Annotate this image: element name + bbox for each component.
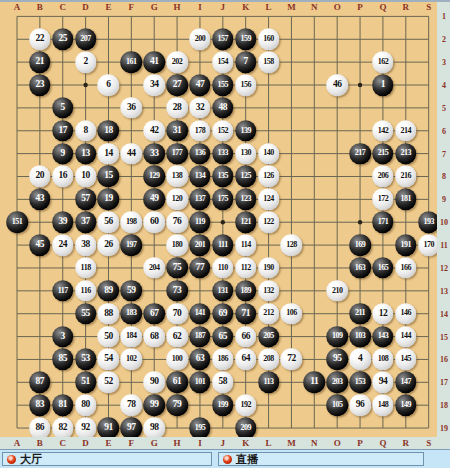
column-labels-bottom: ABCDEFGHIJKLMNOPQRS: [0, 437, 437, 449]
black-stone-81: 81: [52, 394, 74, 416]
tab-live-label: 直播: [236, 454, 258, 465]
row-label: 4: [442, 81, 446, 90]
black-stone-133: 133: [212, 143, 234, 165]
black-stone-121: 121: [235, 211, 257, 233]
column-label: P: [357, 438, 363, 448]
column-label: G: [151, 438, 158, 448]
black-stone-161: 161: [121, 51, 143, 73]
white-stone-178: 178: [189, 120, 211, 142]
row-label: 10: [440, 218, 448, 227]
black-stone-213: 213: [395, 143, 417, 165]
white-stone-132: 132: [258, 280, 280, 302]
black-stone-217: 217: [349, 143, 371, 165]
black-stone-131: 131: [212, 280, 234, 302]
white-stone-208: 208: [258, 349, 280, 371]
white-stone-20: 20: [29, 166, 51, 188]
white-stone-124: 124: [258, 189, 280, 211]
white-stone-76: 76: [166, 211, 188, 233]
black-stone-7: 7: [235, 51, 257, 73]
column-label: I: [198, 438, 202, 448]
black-stone-197: 197: [121, 234, 143, 256]
white-stone-78: 78: [121, 394, 143, 416]
row-label: 18: [440, 401, 448, 410]
column-label: G: [151, 2, 158, 12]
black-stone-79: 79: [166, 394, 188, 416]
column-label: K: [242, 2, 249, 12]
black-stone-89: 89: [98, 280, 120, 302]
black-stone-55: 55: [75, 303, 97, 325]
black-stone-129: 129: [143, 166, 165, 188]
column-label: O: [334, 2, 341, 12]
white-stone-156: 156: [235, 74, 257, 96]
black-stone-201: 201: [189, 234, 211, 256]
black-stone-136: 136: [189, 143, 211, 165]
black-stone-211: 211: [349, 303, 371, 325]
black-stone-151: 151: [6, 211, 28, 233]
black-stone-165: 165: [372, 257, 394, 279]
white-stone-158: 158: [258, 51, 280, 73]
row-label: 1: [442, 12, 446, 21]
column-label: D: [82, 438, 89, 448]
black-stone-41: 41: [143, 51, 165, 73]
black-stone-57: 57: [75, 189, 97, 211]
white-stone-206: 206: [372, 166, 394, 188]
black-stone-1: 1: [372, 74, 394, 96]
black-stone-189: 189: [235, 280, 257, 302]
column-label: P: [357, 2, 363, 12]
white-stone-110: 110: [212, 257, 234, 279]
black-stone-37: 37: [75, 211, 97, 233]
black-stone-205: 205: [258, 326, 280, 348]
black-stone-61: 61: [166, 372, 188, 394]
white-stone-38: 38: [75, 234, 97, 256]
black-stone-117: 117: [52, 280, 74, 302]
white-stone-6: 6: [98, 74, 120, 96]
column-label: S: [426, 438, 431, 448]
white-stone-204: 204: [143, 257, 165, 279]
column-label: O: [334, 438, 341, 448]
column-label: F: [129, 438, 135, 448]
black-stone-69: 69: [212, 303, 234, 325]
white-stone-216: 216: [395, 166, 417, 188]
white-stone-142: 142: [372, 120, 394, 142]
black-stone-43: 43: [29, 189, 51, 211]
black-stone-95: 95: [326, 349, 348, 371]
row-label: 9: [442, 195, 446, 204]
white-stone-2: 2: [75, 51, 97, 73]
white-stone-186: 186: [212, 349, 234, 371]
white-stone-64: 64: [235, 349, 257, 371]
white-stone-152: 152: [212, 120, 234, 142]
column-label: L: [266, 438, 272, 448]
white-stone-190: 190: [258, 257, 280, 279]
black-stone-15: 15: [98, 166, 120, 188]
column-label: C: [59, 2, 66, 12]
white-stone-46: 46: [326, 74, 348, 96]
black-stone-3: 3: [52, 326, 74, 348]
black-stone-141: 141: [189, 303, 211, 325]
white-stone-162: 162: [372, 51, 394, 73]
row-label: 13: [440, 286, 448, 295]
black-stone-33: 33: [143, 143, 165, 165]
white-stone-56: 56: [98, 211, 120, 233]
black-stone-111: 111: [212, 234, 234, 256]
white-stone-4: 4: [349, 349, 371, 371]
white-stone-12: 12: [372, 303, 394, 325]
black-stone-183: 183: [121, 303, 143, 325]
white-stone-32: 32: [189, 97, 211, 119]
white-stone-70: 70: [166, 303, 188, 325]
black-stone-53: 53: [75, 349, 97, 371]
black-stone-25: 25: [52, 29, 74, 51]
column-label: B: [37, 2, 43, 12]
column-label: A: [14, 2, 21, 12]
white-stone-128: 128: [281, 234, 303, 256]
black-stone-73: 73: [166, 280, 188, 302]
black-stone-123: 123: [235, 189, 257, 211]
row-label: 2: [442, 35, 446, 44]
column-label: Q: [379, 2, 386, 12]
black-stone-97: 97: [121, 417, 143, 439]
black-stone-5: 5: [52, 97, 74, 119]
black-stone-101: 101: [189, 372, 211, 394]
white-stone-126: 126: [258, 166, 280, 188]
column-label: E: [105, 2, 111, 12]
white-stone-66: 66: [235, 326, 257, 348]
white-stone-34: 34: [143, 74, 165, 96]
white-stone-114: 114: [235, 234, 257, 256]
white-stone-202: 202: [166, 51, 188, 73]
black-stone-169: 169: [349, 234, 371, 256]
black-stone-187: 187: [189, 326, 211, 348]
white-stone-144: 144: [395, 326, 417, 348]
white-stone-154: 154: [212, 51, 234, 73]
white-stone-10: 10: [75, 166, 97, 188]
black-stone-27: 27: [166, 74, 188, 96]
black-stone-91: 91: [98, 417, 120, 439]
column-label: N: [311, 438, 318, 448]
row-label: 7: [442, 149, 446, 158]
white-stone-28: 28: [166, 97, 188, 119]
white-stone-184: 184: [121, 326, 143, 348]
black-stone-163: 163: [349, 257, 371, 279]
white-stone-166: 166: [395, 257, 417, 279]
row-label: 14: [440, 309, 448, 318]
column-label: S: [426, 2, 431, 12]
black-stone-77: 77: [189, 257, 211, 279]
white-stone-52: 52: [98, 372, 120, 394]
white-stone-92: 92: [75, 417, 97, 439]
black-stone-45: 45: [29, 234, 51, 256]
white-stone-42: 42: [143, 120, 165, 142]
white-stone-106: 106: [281, 303, 303, 325]
white-stone-80: 80: [75, 394, 97, 416]
black-stone-155: 155: [212, 74, 234, 96]
white-stone-192: 192: [235, 394, 257, 416]
black-stone-109: 109: [326, 326, 348, 348]
white-stone-98: 98: [143, 417, 165, 439]
black-stone-171: 171: [372, 211, 394, 233]
black-stone-119: 119: [189, 211, 211, 233]
white-stone-140: 140: [258, 143, 280, 165]
column-label: R: [403, 2, 410, 12]
black-stone-18: 18: [98, 120, 120, 142]
column-label: M: [287, 2, 296, 12]
white-stone-82: 82: [52, 417, 74, 439]
white-stone-122: 122: [258, 211, 280, 233]
black-stone-63: 63: [189, 349, 211, 371]
column-label: D: [82, 2, 89, 12]
column-label: H: [174, 438, 181, 448]
row-label: 15: [440, 332, 448, 341]
row-label: 5: [442, 103, 446, 112]
black-stone-71: 71: [235, 303, 257, 325]
black-stone-21: 21: [29, 51, 51, 73]
column-label: R: [403, 438, 410, 448]
white-stone-22: 22: [29, 29, 51, 51]
white-stone-130: 130: [235, 143, 257, 165]
column-label: K: [242, 438, 249, 448]
white-stone-68: 68: [143, 326, 165, 348]
white-stone-50: 50: [98, 326, 120, 348]
column-label: C: [59, 438, 66, 448]
tab-lobby-label: 大厅: [20, 454, 42, 465]
go-board[interactable]: ABCDEFGHIJKLMNOPQRS 22252072001571591602…: [0, 2, 437, 437]
row-label: 12: [440, 263, 448, 272]
white-stone-116: 116: [75, 280, 97, 302]
white-stone-24: 24: [52, 234, 74, 256]
black-stone-19: 19: [98, 189, 120, 211]
white-stone-54: 54: [98, 349, 120, 371]
white-stone-36: 36: [121, 97, 143, 119]
row-label: 8: [442, 172, 446, 181]
black-stone-75: 75: [166, 257, 188, 279]
white-stone-16: 16: [52, 166, 74, 188]
black-stone-181: 181: [395, 189, 417, 211]
white-stone-60: 60: [143, 211, 165, 233]
row-labels-right: 12345678910111213141516171819: [437, 2, 450, 449]
white-stone-8: 8: [75, 120, 97, 142]
white-stone-160: 160: [258, 29, 280, 51]
black-stone-87: 87: [29, 372, 51, 394]
black-stone-125: 125: [235, 166, 257, 188]
black-stone-191: 191: [395, 234, 417, 256]
column-label: B: [37, 438, 43, 448]
white-stone-108: 108: [372, 349, 394, 371]
black-stone-153: 153: [349, 372, 371, 394]
column-label: M: [287, 438, 296, 448]
column-label: L: [266, 2, 272, 12]
black-stone-207: 207: [75, 29, 97, 51]
column-label: E: [105, 438, 111, 448]
white-stone-96: 96: [349, 394, 371, 416]
column-label: J: [221, 2, 226, 12]
black-stone-65: 65: [212, 326, 234, 348]
black-stone-31: 31: [166, 120, 188, 142]
black-stone-47: 47: [189, 74, 211, 96]
black-stone-159: 159: [235, 29, 257, 51]
white-stone-172: 172: [372, 189, 394, 211]
white-stone-138: 138: [166, 166, 188, 188]
white-stone-180: 180: [166, 234, 188, 256]
black-stone-143: 143: [372, 326, 394, 348]
white-stone-100: 100: [166, 349, 188, 371]
black-stone-67: 67: [143, 303, 165, 325]
white-stone-198: 198: [121, 211, 143, 233]
white-stone-148: 148: [372, 394, 394, 416]
white-stone-118: 118: [75, 257, 97, 279]
white-stone-94: 94: [372, 372, 394, 394]
black-stone-209: 209: [235, 417, 257, 439]
black-stone-175: 175: [212, 189, 234, 211]
column-label: F: [129, 2, 135, 12]
white-stone-214: 214: [395, 120, 417, 142]
black-stone-139: 139: [235, 120, 257, 142]
white-stone-102: 102: [121, 349, 143, 371]
black-stone-23: 23: [29, 74, 51, 96]
black-stone-85: 85: [52, 349, 74, 371]
black-stone-135: 135: [212, 166, 234, 188]
white-stone-212: 212: [258, 303, 280, 325]
black-stone-149: 149: [395, 394, 417, 416]
black-stone-195: 195: [189, 417, 211, 439]
status-bar: 大厅 直播: [0, 449, 450, 468]
white-stone-146: 146: [395, 303, 417, 325]
black-stone-11: 11: [304, 372, 326, 394]
black-stone-51: 51: [75, 372, 97, 394]
white-stone-14: 14: [98, 143, 120, 165]
black-stone-17: 17: [52, 120, 74, 142]
white-stone-200: 200: [189, 29, 211, 51]
black-stone-157: 157: [212, 29, 234, 51]
white-stone-62: 62: [166, 326, 188, 348]
black-stone-105: 105: [326, 394, 348, 416]
go-client-window: ABCDEFGHIJKLMNOPQRS 22252072001571591602…: [0, 0, 450, 468]
black-stone-199: 199: [212, 394, 234, 416]
black-stone-48: 48: [212, 97, 234, 119]
white-stone-72: 72: [281, 349, 303, 371]
black-stone-203: 203: [326, 372, 348, 394]
black-stone-113: 113: [258, 372, 280, 394]
white-stone-112: 112: [235, 257, 257, 279]
black-stone-49: 49: [143, 189, 165, 211]
black-stone-39: 39: [52, 211, 74, 233]
column-label: J: [221, 438, 226, 448]
white-stone-58: 58: [212, 372, 234, 394]
row-label: 3: [442, 58, 446, 67]
column-label: N: [311, 2, 318, 12]
black-stone-134: 134: [189, 166, 211, 188]
white-stone-88: 88: [98, 303, 120, 325]
black-stone-9: 9: [52, 143, 74, 165]
row-label: 6: [442, 126, 446, 135]
column-label: H: [174, 2, 181, 12]
red-flower-icon: [7, 455, 16, 464]
column-label: Q: [379, 438, 386, 448]
white-stone-145: 145: [395, 349, 417, 371]
white-stone-44: 44: [121, 143, 143, 165]
white-stone-120: 120: [166, 189, 188, 211]
black-stone-215: 215: [372, 143, 394, 165]
black-stone-59: 59: [121, 280, 143, 302]
white-stone-210: 210: [326, 280, 348, 302]
red-flower-icon: [223, 455, 232, 464]
black-stone-177: 177: [166, 143, 188, 165]
row-label: 19: [440, 424, 448, 433]
white-stone-26: 26: [98, 234, 120, 256]
black-stone-83: 83: [29, 394, 51, 416]
white-stone-86: 86: [29, 417, 51, 439]
tab-live-broadcast[interactable]: 直播: [218, 452, 424, 466]
column-label: A: [14, 438, 21, 448]
row-label: 11: [440, 241, 448, 250]
black-stone-99: 99: [143, 394, 165, 416]
row-label: 17: [440, 378, 448, 387]
column-label: I: [198, 2, 202, 12]
white-stone-90: 90: [143, 372, 165, 394]
black-stone-137: 137: [189, 189, 211, 211]
black-stone-147: 147: [395, 372, 417, 394]
black-stone-13: 13: [75, 143, 97, 165]
row-label: 16: [440, 355, 448, 364]
black-stone-103: 103: [349, 326, 371, 348]
tab-lobby[interactable]: 大厅: [2, 452, 212, 466]
